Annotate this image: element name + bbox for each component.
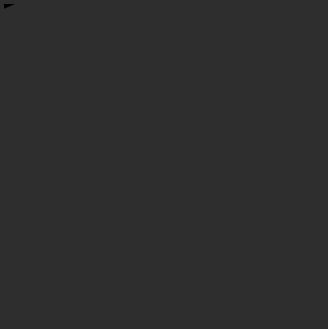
board-frame bbox=[0, 0, 328, 329]
board-wrap bbox=[4, 4, 324, 324]
chess-board bbox=[4, 4, 324, 324]
